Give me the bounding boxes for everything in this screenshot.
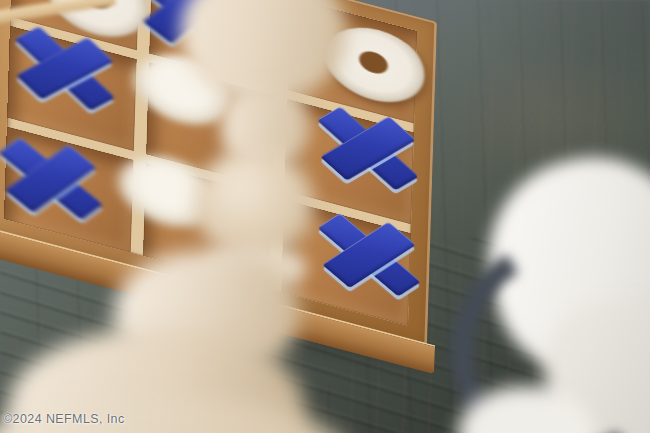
watermark: ©2024 NEFMLS, Inc bbox=[3, 412, 125, 426]
tic-tac-toe-board bbox=[0, 0, 437, 345]
decor-cup-corner bbox=[545, 300, 650, 433]
photo-stage: ©2024 NEFMLS, Inc bbox=[0, 0, 650, 433]
